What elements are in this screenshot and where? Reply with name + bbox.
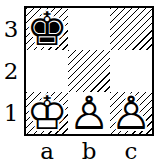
chess-diagram: 321 ♚♚♔♟♙♟♙ abc bbox=[0, 0, 163, 165]
file-label-a: a bbox=[26, 138, 68, 164]
square-b3 bbox=[68, 8, 110, 50]
file-label-c: c bbox=[110, 138, 152, 164]
white-pawn-b1: ♟♙ bbox=[68, 92, 110, 134]
square-c1: ♟♙ bbox=[110, 92, 152, 134]
rank-label-3: 3 bbox=[0, 8, 22, 50]
rank-labels: 321 bbox=[0, 8, 22, 134]
square-b1: ♟♙ bbox=[68, 92, 110, 134]
file-labels: abc bbox=[26, 138, 152, 164]
rank-label-2: 2 bbox=[0, 50, 22, 92]
square-a1: ♚♔ bbox=[26, 92, 68, 134]
rank-label-1: 1 bbox=[0, 92, 22, 134]
white-king-a1: ♚♔ bbox=[26, 92, 68, 134]
file-label-b: b bbox=[68, 138, 110, 164]
black-king-a3: ♚ bbox=[26, 8, 68, 50]
white-pawn-outline-glyph: ♙ bbox=[68, 92, 110, 134]
black-king-fill-glyph: ♚ bbox=[26, 8, 68, 50]
white-king-outline-glyph: ♔ bbox=[26, 92, 68, 134]
square-a3: ♚ bbox=[26, 8, 68, 50]
white-pawn-outline-glyph: ♙ bbox=[110, 92, 152, 134]
white-pawn-c1: ♟♙ bbox=[110, 92, 152, 134]
square-c3 bbox=[110, 8, 152, 50]
board: ♚♚♔♟♙♟♙ bbox=[24, 6, 154, 136]
